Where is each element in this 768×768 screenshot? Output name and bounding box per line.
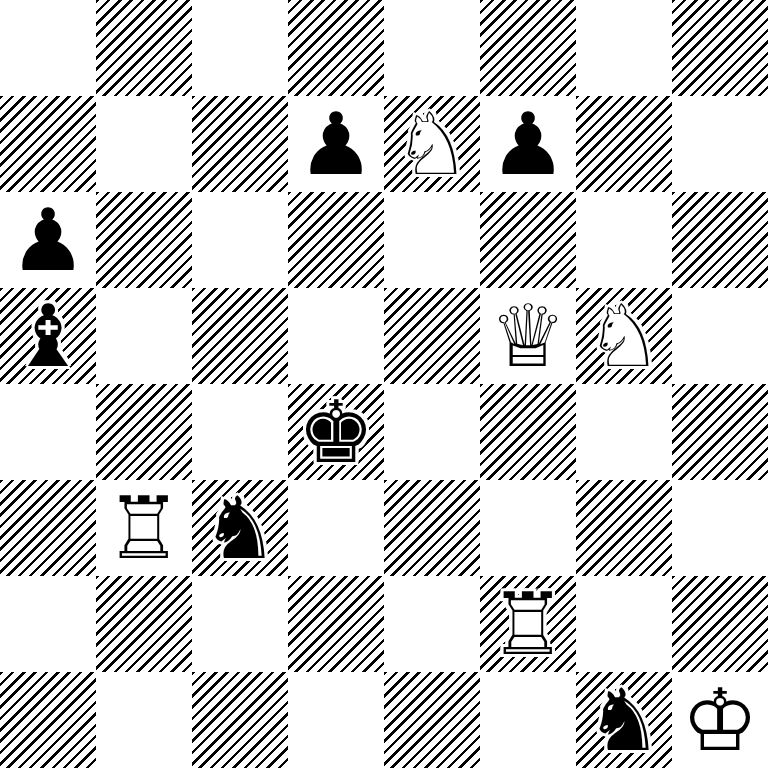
square-h5[interactable] bbox=[672, 288, 768, 384]
piece-black-pawn-d7[interactable]: ♟ bbox=[288, 96, 384, 192]
black-king-icon: ♚ bbox=[288, 384, 384, 480]
black-bishop-icon: ♝ bbox=[0, 288, 96, 384]
square-e6[interactable] bbox=[384, 192, 480, 288]
square-e4[interactable] bbox=[384, 384, 480, 480]
square-e8[interactable] bbox=[384, 0, 480, 96]
square-c8[interactable] bbox=[192, 0, 288, 96]
square-g4[interactable] bbox=[576, 384, 672, 480]
square-h8[interactable] bbox=[672, 0, 768, 96]
square-f8[interactable] bbox=[480, 0, 576, 96]
square-f1[interactable] bbox=[480, 672, 576, 768]
square-d4[interactable]: ♚ bbox=[288, 384, 384, 480]
square-b1[interactable] bbox=[96, 672, 192, 768]
piece-black-knight-g1[interactable]: ♞ bbox=[576, 672, 672, 768]
square-b4[interactable] bbox=[96, 384, 192, 480]
square-a3[interactable] bbox=[0, 480, 96, 576]
piece-black-pawn-f7[interactable]: ♟ bbox=[480, 96, 576, 192]
white-rook-icon: ♖ bbox=[96, 480, 192, 576]
square-e5[interactable] bbox=[384, 288, 480, 384]
piece-black-bishop-a5[interactable]: ♝ bbox=[0, 288, 96, 384]
square-g5[interactable]: ♞♘ bbox=[576, 288, 672, 384]
square-g1[interactable]: ♞ bbox=[576, 672, 672, 768]
white-knight-icon: ♘ bbox=[384, 96, 480, 192]
piece-white-queen-f5[interactable]: ♛♕ bbox=[480, 288, 576, 384]
square-h6[interactable] bbox=[672, 192, 768, 288]
square-b8[interactable] bbox=[96, 0, 192, 96]
black-pawn-icon: ♟ bbox=[0, 192, 96, 288]
square-h2[interactable] bbox=[672, 576, 768, 672]
square-d2[interactable] bbox=[288, 576, 384, 672]
black-pawn-icon: ♟ bbox=[480, 96, 576, 192]
black-knight-icon: ♞ bbox=[576, 672, 672, 768]
square-h1[interactable]: ♚♔ bbox=[672, 672, 768, 768]
square-f2[interactable]: ♜♖ bbox=[480, 576, 576, 672]
square-a2[interactable] bbox=[0, 576, 96, 672]
square-a1[interactable] bbox=[0, 672, 96, 768]
square-d8[interactable] bbox=[288, 0, 384, 96]
white-knight-icon: ♘ bbox=[576, 288, 672, 384]
square-h7[interactable] bbox=[672, 96, 768, 192]
chess-board: ♟♞♘♟♟♝♛♕♞♘♚♜♖♞♜♖♞♚♔ bbox=[0, 0, 768, 768]
square-c6[interactable] bbox=[192, 192, 288, 288]
piece-black-knight-c3[interactable]: ♞ bbox=[192, 480, 288, 576]
square-a4[interactable] bbox=[0, 384, 96, 480]
square-b5[interactable] bbox=[96, 288, 192, 384]
square-f6[interactable] bbox=[480, 192, 576, 288]
square-g8[interactable] bbox=[576, 0, 672, 96]
square-g6[interactable] bbox=[576, 192, 672, 288]
square-c1[interactable] bbox=[192, 672, 288, 768]
square-c2[interactable] bbox=[192, 576, 288, 672]
square-f5[interactable]: ♛♕ bbox=[480, 288, 576, 384]
square-c4[interactable] bbox=[192, 384, 288, 480]
black-knight-icon: ♞ bbox=[192, 480, 288, 576]
piece-white-knight-e7[interactable]: ♞♘ bbox=[384, 96, 480, 192]
square-b2[interactable] bbox=[96, 576, 192, 672]
white-rook-icon: ♖ bbox=[480, 576, 576, 672]
square-c5[interactable] bbox=[192, 288, 288, 384]
square-g2[interactable] bbox=[576, 576, 672, 672]
square-d1[interactable] bbox=[288, 672, 384, 768]
square-b7[interactable] bbox=[96, 96, 192, 192]
square-d5[interactable] bbox=[288, 288, 384, 384]
piece-white-knight-g5[interactable]: ♞♘ bbox=[576, 288, 672, 384]
square-d7[interactable]: ♟ bbox=[288, 96, 384, 192]
square-c7[interactable] bbox=[192, 96, 288, 192]
square-a8[interactable] bbox=[0, 0, 96, 96]
square-b6[interactable] bbox=[96, 192, 192, 288]
square-e3[interactable] bbox=[384, 480, 480, 576]
square-g7[interactable] bbox=[576, 96, 672, 192]
square-f4[interactable] bbox=[480, 384, 576, 480]
square-f3[interactable] bbox=[480, 480, 576, 576]
piece-black-pawn-a6[interactable]: ♟ bbox=[0, 192, 96, 288]
black-pawn-icon: ♟ bbox=[288, 96, 384, 192]
white-king-icon: ♔ bbox=[672, 672, 768, 768]
piece-white-rook-b3[interactable]: ♜♖ bbox=[96, 480, 192, 576]
square-f7[interactable]: ♟ bbox=[480, 96, 576, 192]
square-e1[interactable] bbox=[384, 672, 480, 768]
square-e2[interactable] bbox=[384, 576, 480, 672]
piece-white-king-h1[interactable]: ♚♔ bbox=[672, 672, 768, 768]
square-d6[interactable] bbox=[288, 192, 384, 288]
piece-black-king-d4[interactable]: ♚ bbox=[288, 384, 384, 480]
square-c3[interactable]: ♞ bbox=[192, 480, 288, 576]
square-a7[interactable] bbox=[0, 96, 96, 192]
square-h3[interactable] bbox=[672, 480, 768, 576]
square-e7[interactable]: ♞♘ bbox=[384, 96, 480, 192]
white-queen-icon: ♕ bbox=[480, 288, 576, 384]
square-a6[interactable]: ♟ bbox=[0, 192, 96, 288]
square-h4[interactable] bbox=[672, 384, 768, 480]
square-b3[interactable]: ♜♖ bbox=[96, 480, 192, 576]
square-g3[interactable] bbox=[576, 480, 672, 576]
piece-white-rook-f2[interactable]: ♜♖ bbox=[480, 576, 576, 672]
square-d3[interactable] bbox=[288, 480, 384, 576]
square-a5[interactable]: ♝ bbox=[0, 288, 96, 384]
